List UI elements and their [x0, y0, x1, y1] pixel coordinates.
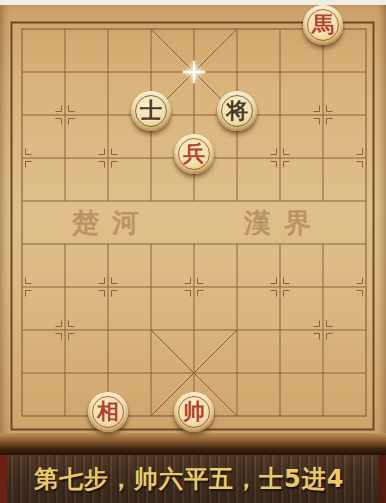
red-soldier[interactable]: 兵 — [174, 134, 214, 174]
move-caption: 第七步，帅六平五，士5进4 — [0, 463, 344, 495]
caption-right-red-edge — [379, 455, 386, 503]
xiangqi-board[interactable]: 楚河 漢界 馬士将兵相帅 — [0, 5, 386, 455]
black-advisor[interactable]: 士 — [131, 91, 171, 131]
pieces-grid: 馬士将兵相帅 — [1, 8, 386, 438]
xiangqi-app: 楚河 漢界 馬士将兵相帅 第七步，帅六平五，士5进4 — [0, 0, 386, 503]
red-horse[interactable]: 馬 — [303, 5, 343, 45]
move-caption-bar: 第七步，帅六平五，士5进4 — [0, 455, 386, 503]
red-elephant[interactable]: 相 — [88, 392, 128, 432]
red-general[interactable]: 帅 — [174, 392, 214, 432]
top-strip — [0, 0, 386, 5]
black-general[interactable]: 将 — [217, 91, 257, 131]
